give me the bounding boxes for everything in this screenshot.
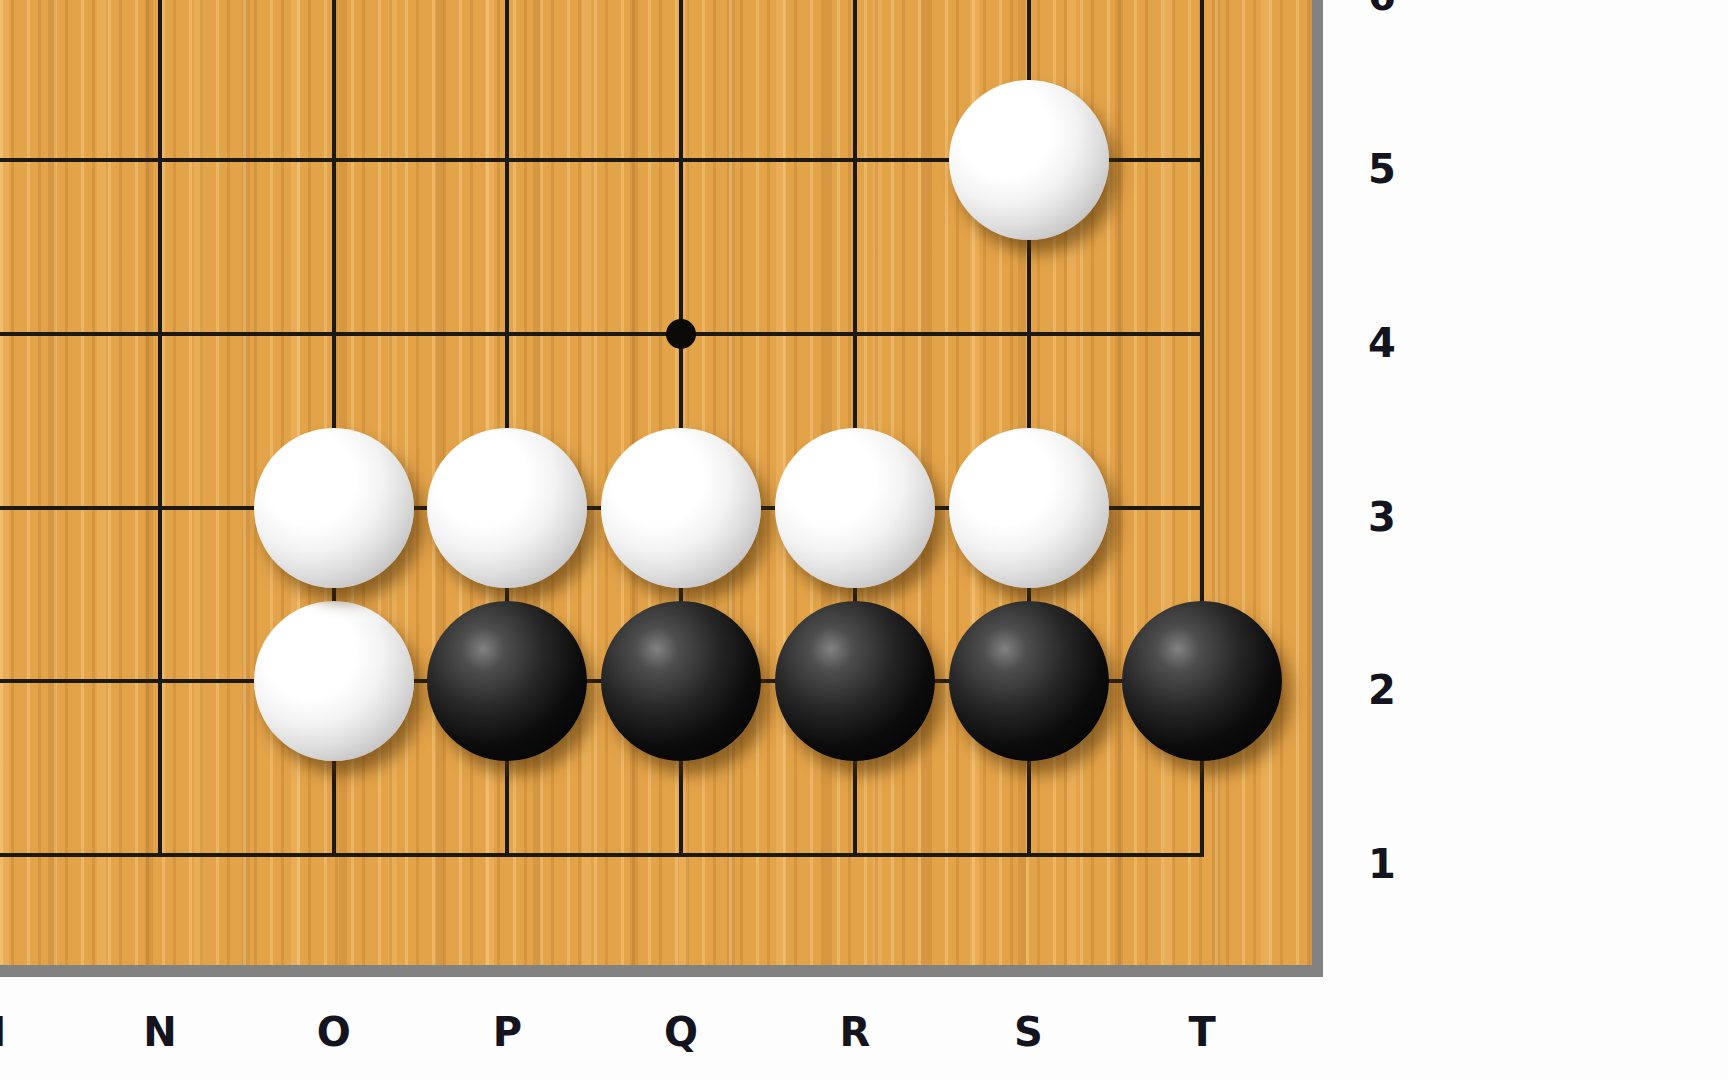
row-label-1: 1: [1368, 841, 1396, 887]
black-stone-R2[interactable]: [775, 601, 935, 761]
grid-line-row-1: [0, 853, 1204, 857]
white-stone-O3[interactable]: [254, 428, 414, 588]
white-stone-S3[interactable]: [949, 428, 1109, 588]
white-stone-O2[interactable]: [254, 601, 414, 761]
column-label-S: S: [1014, 1009, 1043, 1055]
column-label-R: R: [839, 1009, 870, 1055]
row-label-3: 3: [1368, 494, 1396, 540]
column-label-M: M: [0, 1009, 6, 1055]
black-stone-S2[interactable]: [949, 601, 1109, 761]
black-stone-T2[interactable]: [1122, 601, 1282, 761]
white-stone-P3[interactable]: [427, 428, 587, 588]
column-label-P: P: [493, 1009, 522, 1055]
column-label-N: N: [143, 1009, 176, 1055]
row-label-6: 6: [1368, 0, 1396, 19]
grid-line-row-4: [0, 332, 1204, 336]
black-stone-Q2[interactable]: [601, 601, 761, 761]
grid-line-column-N: [158, 0, 162, 857]
row-label-2: 2: [1368, 667, 1396, 713]
white-stone-S5[interactable]: [949, 80, 1109, 240]
star-point-Q4: [666, 319, 696, 349]
white-stone-R3[interactable]: [775, 428, 935, 588]
column-label-T: T: [1189, 1009, 1216, 1055]
row-label-4: 4: [1368, 320, 1396, 366]
white-stone-Q3[interactable]: [601, 428, 761, 588]
go-board[interactable]: [0, 0, 1323, 977]
go-app-screen: MNOPQRST123456: [0, 0, 1728, 1080]
column-label-Q: Q: [664, 1009, 698, 1055]
row-label-5: 5: [1368, 146, 1396, 192]
black-stone-P2[interactable]: [427, 601, 587, 761]
column-label-O: O: [317, 1009, 351, 1055]
